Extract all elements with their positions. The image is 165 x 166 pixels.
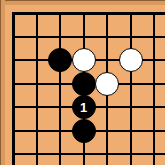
stone-black [72,72,96,96]
stone-white [95,72,119,96]
stone-black [72,119,96,143]
grid-line-v [130,12,132,166]
go-board: 1 [0,0,165,165]
grid-line-v [36,12,38,166]
stone-white [72,48,96,72]
move-number-label: 1 [80,101,87,114]
grid-line-v [153,12,155,166]
stone-black-move-1: 1 [72,95,96,119]
grid-line-v [59,12,61,166]
board-edge-line-left [12,12,15,166]
board-frame-left [0,0,5,165]
stone-black [48,48,72,72]
stone-white [119,48,143,72]
board-frame-top [0,0,165,5]
